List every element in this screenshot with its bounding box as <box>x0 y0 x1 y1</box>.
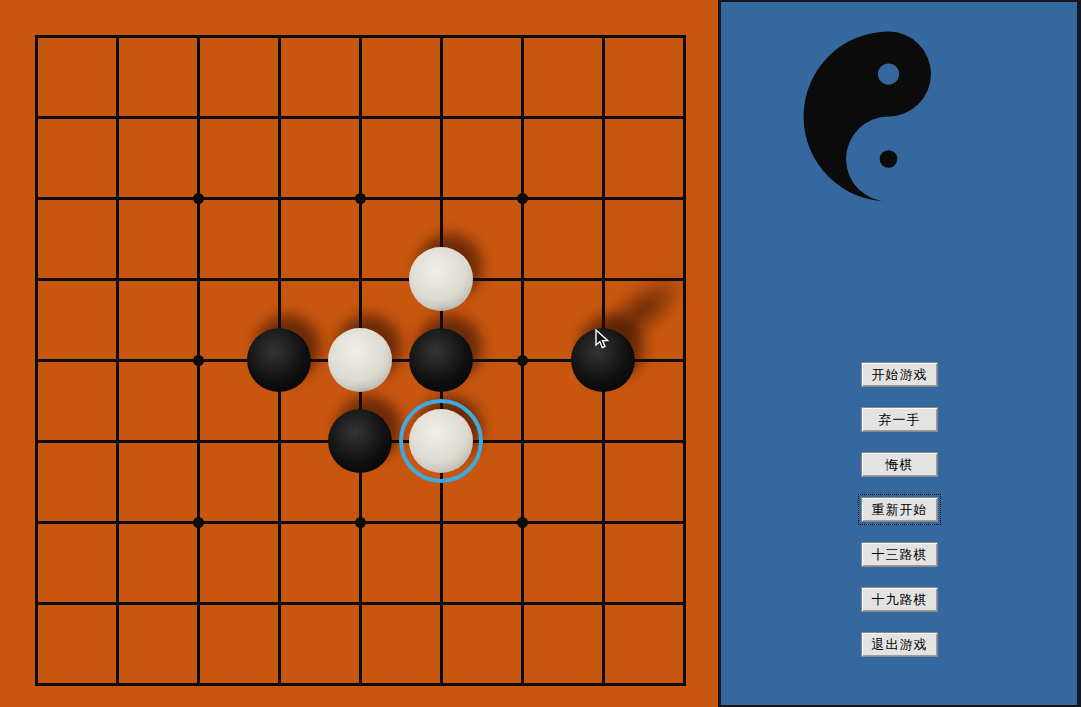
button-undo-move[interactable]: 悔棋 <box>861 452 938 477</box>
yinyang-black-half <box>804 32 931 202</box>
last-move-marker <box>399 399 483 483</box>
stone-black <box>247 328 311 392</box>
star-point <box>193 355 204 366</box>
grid-line-vertical <box>683 35 686 686</box>
star-point <box>355 193 366 204</box>
button-board-19[interactable]: 十九路棋 <box>861 587 938 612</box>
yinyang-dot <box>880 150 898 168</box>
star-point <box>517 355 528 366</box>
yinyang-hole <box>878 63 899 84</box>
star-point <box>193 517 204 528</box>
control-panel: 开始游戏弃一手悔棋重新开始十三路棋十九路棋退出游戏 <box>721 2 1077 705</box>
button-exit-game[interactable]: 退出游戏 <box>861 632 938 657</box>
mouse-cursor <box>595 329 610 355</box>
app-window: 开始游戏弃一手悔棋重新开始十三路棋十九路棋退出游戏 <box>0 0 1081 707</box>
go-board[interactable] <box>0 0 718 707</box>
stone-black <box>328 409 392 473</box>
button-start-game[interactable]: 开始游戏 <box>861 362 938 387</box>
grid-line-horizontal <box>35 602 686 605</box>
star-point <box>355 517 366 528</box>
button-restart[interactable]: 重新开始 <box>861 497 938 522</box>
button-pass-move[interactable]: 弃一手 <box>861 407 938 432</box>
star-point <box>517 517 528 528</box>
grid-line-horizontal <box>35 683 686 686</box>
button-board-13[interactable]: 十三路棋 <box>861 542 938 567</box>
stone-white <box>328 328 392 392</box>
star-point <box>517 193 528 204</box>
star-point <box>193 193 204 204</box>
yinyang-icon <box>800 28 977 205</box>
stone-white <box>409 247 473 311</box>
stone-black <box>409 328 473 392</box>
